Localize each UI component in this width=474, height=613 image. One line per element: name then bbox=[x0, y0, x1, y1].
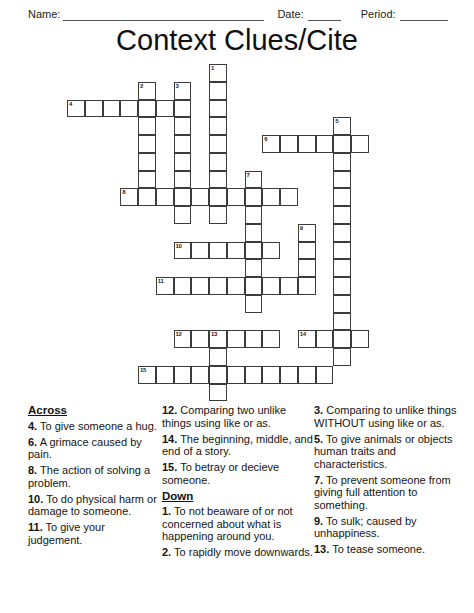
grid-cell-r12c5[interactable]: 11 bbox=[156, 277, 174, 295]
grid-cell-r17c8[interactable] bbox=[209, 366, 227, 384]
grid-cell-r18c8[interactable] bbox=[209, 384, 227, 402]
grid-cell-r8c15[interactable] bbox=[333, 206, 351, 224]
grid-cell-r17c9[interactable] bbox=[227, 366, 245, 384]
worksheet-page: Name: Date: Period: Context Clues/Cite 1… bbox=[0, 0, 474, 613]
grid-cell-r7c9[interactable] bbox=[227, 188, 245, 206]
grid-cell-r17c11[interactable] bbox=[262, 366, 280, 384]
clue-column-3: 3. Comparing to unlike things WITHOUT us… bbox=[314, 404, 466, 559]
grid-cell-r5c15[interactable] bbox=[333, 153, 351, 171]
grid-cell-r4c13[interactable] bbox=[298, 135, 316, 153]
grid-cell-r12c13[interactable] bbox=[298, 277, 316, 295]
page-title: Context Clues/Cite bbox=[0, 24, 474, 57]
grid-cell-r15c7[interactable] bbox=[191, 330, 209, 348]
clue-number-5: 5 bbox=[335, 118, 338, 125]
name-label: Name: bbox=[28, 8, 60, 21]
grid-cell-r4c4[interactable] bbox=[138, 135, 156, 153]
grid-cell-r16c15[interactable] bbox=[333, 348, 351, 366]
grid-cell-r15c11[interactable] bbox=[262, 330, 280, 348]
clue-number-3: 3 bbox=[176, 83, 179, 90]
clue-down-2: 2. To rapidly move downwards. bbox=[162, 546, 316, 559]
clue-across-10: 10. To do physical harm or damage to som… bbox=[28, 493, 158, 518]
grid-cell-r8c8[interactable] bbox=[209, 206, 227, 224]
grid-cell-r7c3[interactable]: 8 bbox=[120, 188, 138, 206]
clue-down-9: 9. To sulk; caused by unhappiness. bbox=[314, 515, 466, 540]
down-heading: Down bbox=[162, 490, 316, 503]
grid-cell-r15c10[interactable] bbox=[245, 330, 263, 348]
grid-cell-r3c8[interactable] bbox=[209, 117, 227, 135]
grid-cell-r10c15[interactable] bbox=[333, 242, 351, 260]
grid-cell-r10c10[interactable] bbox=[245, 242, 263, 260]
clue-across-4: 4. To give someone a hug. bbox=[28, 420, 158, 433]
grid-cell-r7c12[interactable] bbox=[280, 188, 298, 206]
grid-cell-r1c6[interactable]: 3 bbox=[174, 82, 192, 100]
worksheet-header: Name: Date: Period: bbox=[28, 6, 448, 21]
clue-across-14: 14. The beginning, middle, and end of a … bbox=[162, 433, 316, 458]
grid-cell-r2c1[interactable] bbox=[85, 100, 103, 118]
grid-cell-r10c11[interactable] bbox=[262, 242, 280, 260]
clue-number-14: 14 bbox=[300, 331, 306, 338]
grid-cell-r12c6[interactable] bbox=[174, 277, 192, 295]
grid-cell-r13c15[interactable] bbox=[333, 295, 351, 313]
grid-cell-r17c6[interactable] bbox=[174, 366, 192, 384]
grid-cell-r15c9[interactable] bbox=[227, 330, 245, 348]
clue-across-11: 11. To give your judgement. bbox=[28, 521, 158, 546]
clue-number-2: 2 bbox=[140, 83, 143, 90]
grid-cell-r11c10[interactable] bbox=[245, 259, 263, 277]
grid-cell-r17c10[interactable] bbox=[245, 366, 263, 384]
grid-cell-r8c6[interactable] bbox=[174, 206, 192, 224]
grid-cell-r6c15[interactable] bbox=[333, 171, 351, 189]
clue-number-4: 4 bbox=[69, 101, 72, 108]
grid-cell-r3c4[interactable] bbox=[138, 117, 156, 135]
clue-column-1: Across 4. To give someone a hug.6. A gri… bbox=[28, 404, 158, 550]
grid-cell-r17c14[interactable] bbox=[316, 366, 334, 384]
clue-number-6: 6 bbox=[264, 136, 267, 143]
grid-cell-r7c8[interactable] bbox=[209, 188, 227, 206]
grid-cell-r9c13[interactable]: 9 bbox=[298, 224, 316, 242]
grid-cell-r17c13[interactable] bbox=[298, 366, 316, 384]
grid-cell-r3c6[interactable] bbox=[174, 117, 192, 135]
grid-cell-r7c6[interactable] bbox=[174, 188, 192, 206]
grid-cell-r15c6[interactable]: 12 bbox=[174, 330, 192, 348]
name-blank-line bbox=[63, 8, 264, 21]
grid-cell-r4c16[interactable] bbox=[351, 135, 369, 153]
clue-across-6: 6. A grimace caused by pain. bbox=[28, 436, 158, 461]
grid-cell-r15c16[interactable] bbox=[351, 330, 369, 348]
clue-across-8: 8. The action of solving a problem. bbox=[28, 464, 158, 489]
grid-cell-r2c3[interactable] bbox=[120, 100, 138, 118]
grid-cell-r6c10[interactable]: 7 bbox=[245, 171, 263, 189]
clue-number-9: 9 bbox=[300, 225, 303, 232]
grid-cell-r1c8[interactable] bbox=[209, 82, 227, 100]
clue-number-12: 12 bbox=[176, 331, 182, 338]
grid-cell-r7c10[interactable] bbox=[245, 188, 263, 206]
grid-cell-r5c8[interactable] bbox=[209, 153, 227, 171]
clue-number-8: 8 bbox=[122, 189, 125, 196]
clue-column-2: 12. Comparing two unlike things using li… bbox=[162, 404, 316, 562]
clue-number-13: 13 bbox=[211, 331, 217, 338]
grid-cell-r11c13[interactable] bbox=[298, 259, 316, 277]
grid-cell-r17c7[interactable] bbox=[191, 366, 209, 384]
grid-cell-r13c10[interactable] bbox=[245, 295, 263, 313]
grid-cell-r12c8[interactable] bbox=[209, 277, 227, 295]
clue-down-1: 1. To not beaware of or not concerned ab… bbox=[162, 505, 316, 543]
grid-cell-r12c7[interactable] bbox=[191, 277, 209, 295]
grid-cell-r7c11[interactable] bbox=[262, 188, 280, 206]
clue-down-7: 7. To prevent someone from giving full a… bbox=[314, 474, 466, 512]
clue-across-12: 12. Comparing two unlike things using li… bbox=[162, 404, 316, 429]
grid-cell-r1c4[interactable]: 2 bbox=[138, 82, 156, 100]
grid-cell-r15c15[interactable] bbox=[333, 330, 351, 348]
grid-cell-r17c5[interactable] bbox=[156, 366, 174, 384]
grid-cell-r10c13[interactable] bbox=[298, 242, 316, 260]
grid-cell-r17c4[interactable]: 15 bbox=[138, 366, 156, 384]
crossword-grid: 123456789101112131415 bbox=[67, 64, 369, 402]
grid-cell-r8c10[interactable] bbox=[245, 206, 263, 224]
clue-number-10: 10 bbox=[176, 243, 182, 250]
grid-cell-r2c6[interactable] bbox=[174, 100, 192, 118]
grid-cell-r2c4[interactable] bbox=[138, 100, 156, 118]
grid-cell-r7c5[interactable] bbox=[156, 188, 174, 206]
clue-number-15: 15 bbox=[140, 367, 146, 374]
grid-cell-r4c8[interactable] bbox=[209, 135, 227, 153]
grid-cell-r17c12[interactable] bbox=[280, 366, 298, 384]
grid-cell-r5c4[interactable] bbox=[138, 153, 156, 171]
grid-cell-r12c11[interactable] bbox=[262, 277, 280, 295]
grid-cell-r6c8[interactable] bbox=[209, 171, 227, 189]
grid-cell-r4c15[interactable] bbox=[333, 135, 351, 153]
clue-number-11: 11 bbox=[158, 278, 164, 285]
grid-cell-r7c7[interactable] bbox=[191, 188, 209, 206]
grid-cell-r9c10[interactable] bbox=[245, 224, 263, 242]
grid-cell-r12c15[interactable] bbox=[333, 277, 351, 295]
clue-across-15: 15. To betray or decieve someone. bbox=[162, 461, 316, 486]
clue-number-1: 1 bbox=[211, 65, 214, 72]
grid-cell-r7c15[interactable] bbox=[333, 188, 351, 206]
grid-cell-r2c8[interactable] bbox=[209, 100, 227, 118]
grid-cell-r3c15[interactable]: 5 bbox=[333, 117, 351, 135]
grid-cell-r4c14[interactable] bbox=[316, 135, 334, 153]
grid-cell-r6c4[interactable] bbox=[138, 171, 156, 189]
grid-cell-r14c15[interactable] bbox=[333, 313, 351, 331]
grid-cell-r2c0[interactable]: 4 bbox=[67, 100, 85, 118]
grid-cell-r2c5[interactable] bbox=[156, 100, 174, 118]
grid-cell-r0c8[interactable]: 1 bbox=[209, 64, 227, 82]
grid-cell-r7c4[interactable] bbox=[138, 188, 156, 206]
grid-cell-r2c2[interactable] bbox=[103, 100, 121, 118]
clue-number-7: 7 bbox=[247, 172, 250, 179]
grid-cell-r12c12[interactable] bbox=[280, 277, 298, 295]
grid-cell-r10c8[interactable] bbox=[209, 242, 227, 260]
grid-cell-r10c6[interactable]: 10 bbox=[174, 242, 192, 260]
grid-cell-r9c15[interactable] bbox=[333, 224, 351, 242]
period-blank-line bbox=[400, 8, 448, 21]
grid-cell-r4c11[interactable]: 6 bbox=[262, 135, 280, 153]
grid-cell-r15c14[interactable] bbox=[316, 330, 334, 348]
grid-cell-r12c9[interactable] bbox=[227, 277, 245, 295]
grid-cell-r4c6[interactable] bbox=[174, 135, 192, 153]
grid-cell-r11c15[interactable] bbox=[333, 259, 351, 277]
period-label: Period: bbox=[361, 8, 396, 21]
grid-cell-r15c8[interactable]: 13 bbox=[209, 330, 227, 348]
grid-cell-r10c9[interactable] bbox=[227, 242, 245, 260]
across-heading: Across bbox=[28, 404, 158, 417]
grid-cell-r6c6[interactable] bbox=[174, 171, 192, 189]
grid-cell-r12c10[interactable] bbox=[245, 277, 263, 295]
clue-down-3: 3. Comparing to unlike things WITHOUT us… bbox=[314, 404, 466, 429]
grid-cell-r10c7[interactable] bbox=[191, 242, 209, 260]
grid-cell-r15c13[interactable]: 14 bbox=[298, 330, 316, 348]
grid-cell-r16c8[interactable] bbox=[209, 348, 227, 366]
date-blank-line bbox=[308, 8, 341, 21]
grid-cell-r4c12[interactable] bbox=[280, 135, 298, 153]
grid-cell-r5c6[interactable] bbox=[174, 153, 192, 171]
clue-down-5: 5. To give animals or objects human trai… bbox=[314, 433, 466, 471]
clue-down-13: 13. To tease someone. bbox=[314, 543, 466, 556]
date-label: Date: bbox=[277, 8, 303, 21]
